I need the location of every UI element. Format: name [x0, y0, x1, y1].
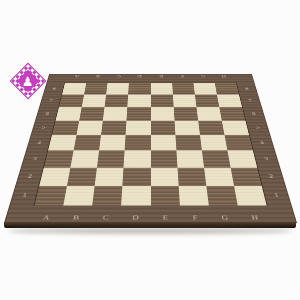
square-e8[interactable] [150, 83, 172, 95]
logo-center: ♟ [17, 70, 40, 93]
square-g2[interactable] [203, 167, 233, 185]
square-b4[interactable] [73, 135, 101, 151]
square-c4[interactable] [99, 135, 126, 151]
rank-label-5: 5 [245, 121, 270, 135]
square-b3[interactable] [70, 151, 99, 168]
square-e2[interactable] [150, 167, 178, 185]
rank-label-1: 1 [261, 186, 291, 206]
square-f2[interactable] [177, 167, 206, 185]
square-d6[interactable] [126, 107, 150, 120]
square-e7[interactable] [150, 95, 173, 107]
rank-label-3: 3 [20, 151, 47, 168]
square-a2[interactable] [39, 167, 70, 185]
square-f6[interactable] [173, 107, 198, 120]
square-d3[interactable] [123, 151, 150, 168]
rank-label-4: 4 [249, 135, 275, 151]
file-label-b: B [87, 74, 109, 78]
file-labels-top: ABCDEFGH [66, 74, 235, 78]
rank-label-2: 2 [257, 167, 286, 185]
rank-label-6: 6 [35, 107, 59, 120]
square-d4[interactable] [124, 135, 150, 151]
rank-label-8: 8 [42, 83, 64, 95]
square-h4[interactable] [224, 135, 253, 151]
square-f7[interactable] [172, 95, 196, 107]
square-g6[interactable] [196, 107, 221, 120]
file-label-e: E [150, 74, 171, 78]
rank-label-2: 2 [15, 167, 44, 185]
square-a3[interactable] [43, 151, 73, 168]
square-g8[interactable] [193, 83, 217, 95]
rank-label-5: 5 [30, 121, 55, 135]
square-g1[interactable] [206, 186, 238, 206]
square-b7[interactable] [81, 95, 105, 107]
square-b6[interactable] [79, 107, 104, 120]
square-g4[interactable] [199, 135, 227, 151]
square-h2[interactable] [230, 167, 261, 185]
file-label-d: D [129, 74, 150, 78]
file-label-c: C [108, 74, 129, 78]
square-d7[interactable] [127, 95, 150, 107]
square-e6[interactable] [150, 107, 174, 120]
square-b8[interactable] [84, 83, 108, 95]
square-a5[interactable] [51, 121, 78, 135]
square-e5[interactable] [150, 121, 175, 135]
rank-label-4: 4 [25, 135, 51, 151]
square-d5[interactable] [125, 121, 150, 135]
file-label-h: H [213, 74, 235, 78]
rank-label-1: 1 [9, 186, 39, 206]
square-c7[interactable] [104, 95, 128, 107]
square-h5[interactable] [221, 121, 248, 135]
square-e3[interactable] [150, 151, 177, 168]
square-b5[interactable] [76, 121, 102, 135]
square-c8[interactable] [106, 83, 129, 95]
square-f4[interactable] [175, 135, 202, 151]
square-c5[interactable] [101, 121, 127, 135]
square-a7[interactable] [58, 95, 83, 107]
square-f5[interactable] [174, 121, 200, 135]
square-g5[interactable] [197, 121, 223, 135]
square-b2[interactable] [67, 167, 97, 185]
chess-board: ABCDEFGH ABCDEFGH 87654321 87654321 [4, 74, 297, 223]
square-e1[interactable] [150, 186, 179, 206]
square-h3[interactable] [227, 151, 257, 168]
board-shadow [7, 228, 293, 234]
square-g7[interactable] [194, 95, 218, 107]
square-g3[interactable] [201, 151, 230, 168]
shop-logo: ♟ [8, 61, 46, 99]
square-f3[interactable] [176, 151, 204, 168]
file-label-f: F [171, 74, 192, 78]
rank-label-7: 7 [238, 95, 261, 107]
square-c2[interactable] [94, 167, 123, 185]
board-grid [34, 83, 266, 206]
chess-pawn-icon: ♟ [22, 75, 34, 88]
rank-label-3: 3 [252, 151, 279, 168]
rank-label-7: 7 [39, 95, 62, 107]
square-f8[interactable] [171, 83, 194, 95]
file-label-g: G [192, 74, 214, 78]
square-c3[interactable] [97, 151, 125, 168]
rank-label-6: 6 [242, 107, 266, 120]
square-c6[interactable] [103, 107, 128, 120]
square-d2[interactable] [122, 167, 150, 185]
square-a1[interactable] [34, 186, 67, 206]
square-a6[interactable] [55, 107, 81, 120]
square-f1[interactable] [178, 186, 208, 206]
square-h6[interactable] [219, 107, 245, 120]
square-d8[interactable] [128, 83, 150, 95]
product-photo: ♟ ABCDEFGH ABCDEFGH 87654321 87654321 [0, 0, 300, 300]
square-a8[interactable] [62, 83, 86, 95]
square-h8[interactable] [214, 83, 238, 95]
square-c1[interactable] [92, 186, 122, 206]
square-h7[interactable] [216, 95, 241, 107]
square-d1[interactable] [121, 186, 150, 206]
square-e4[interactable] [150, 135, 176, 151]
square-a4[interactable] [48, 135, 77, 151]
file-label-a: A [66, 74, 88, 78]
rank-label-8: 8 [236, 83, 258, 95]
logo-diamond: ♟ [10, 63, 47, 100]
square-b1[interactable] [63, 186, 95, 206]
square-h1[interactable] [233, 186, 266, 206]
